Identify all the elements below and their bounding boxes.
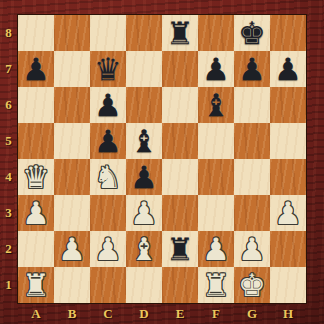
- square-e1[interactable]: [162, 267, 198, 303]
- chess-board-frame: { "game": "chess", "position": { "fen": …: [0, 0, 324, 324]
- white-rook-piece: ♜: [202, 267, 230, 303]
- white-pawn-piece: ♟: [58, 231, 86, 267]
- square-a1[interactable]: ♜: [18, 267, 54, 303]
- square-b1[interactable]: [54, 267, 90, 303]
- square-g5[interactable]: [234, 123, 270, 159]
- white-queen-piece: ♛: [22, 159, 50, 195]
- square-e6[interactable]: [162, 87, 198, 123]
- square-e8[interactable]: ♜: [162, 15, 198, 51]
- square-d5[interactable]: ♝: [126, 123, 162, 159]
- rank-label-1: 1: [0, 267, 17, 303]
- square-a6[interactable]: [18, 87, 54, 123]
- square-b7[interactable]: [54, 51, 90, 87]
- square-h5[interactable]: [270, 123, 306, 159]
- square-c6[interactable]: ♟: [90, 87, 126, 123]
- square-g6[interactable]: [234, 87, 270, 123]
- white-pawn-piece: ♟: [22, 195, 50, 231]
- square-a2[interactable]: [18, 231, 54, 267]
- white-pawn-piece: ♟: [238, 231, 266, 267]
- white-rook-piece: ♜: [22, 267, 50, 303]
- black-pawn-piece: ♟: [94, 87, 122, 123]
- white-bishop-piece: ♝: [130, 231, 158, 267]
- square-c1[interactable]: [90, 267, 126, 303]
- white-pawn-piece: ♟: [274, 195, 302, 231]
- rank-label-2: 2: [0, 231, 17, 267]
- square-e4[interactable]: [162, 159, 198, 195]
- white-knight-piece: ♞: [94, 159, 122, 195]
- square-d3[interactable]: ♟: [126, 195, 162, 231]
- white-king-piece: ♚: [238, 267, 266, 303]
- square-a3[interactable]: ♟: [18, 195, 54, 231]
- file-label-g: G: [234, 303, 270, 324]
- black-pawn-piece: ♟: [22, 51, 50, 87]
- square-d6[interactable]: [126, 87, 162, 123]
- square-b6[interactable]: [54, 87, 90, 123]
- square-b4[interactable]: [54, 159, 90, 195]
- square-f8[interactable]: [198, 15, 234, 51]
- square-h3[interactable]: ♟: [270, 195, 306, 231]
- square-h2[interactable]: [270, 231, 306, 267]
- black-bishop-piece: ♝: [130, 123, 158, 159]
- square-g7[interactable]: ♟: [234, 51, 270, 87]
- square-f2[interactable]: ♟: [198, 231, 234, 267]
- square-h6[interactable]: [270, 87, 306, 123]
- square-a8[interactable]: [18, 15, 54, 51]
- square-c4[interactable]: ♞: [90, 159, 126, 195]
- square-b8[interactable]: [54, 15, 90, 51]
- file-label-a: A: [18, 303, 54, 324]
- square-c3[interactable]: [90, 195, 126, 231]
- square-f4[interactable]: [198, 159, 234, 195]
- black-rook-piece: ♜: [166, 15, 194, 51]
- file-label-d: D: [126, 303, 162, 324]
- square-f1[interactable]: ♜: [198, 267, 234, 303]
- square-g8[interactable]: ♚: [234, 15, 270, 51]
- black-pawn-piece: ♟: [202, 51, 230, 87]
- rank-labels: 87654321: [0, 15, 17, 303]
- file-labels: ABCDEFGH: [18, 303, 306, 324]
- black-rook-piece: ♜: [166, 231, 194, 267]
- square-f7[interactable]: ♟: [198, 51, 234, 87]
- square-c7[interactable]: ♛: [90, 51, 126, 87]
- black-pawn-piece: ♟: [94, 123, 122, 159]
- rank-label-3: 3: [0, 195, 17, 231]
- square-h1[interactable]: [270, 267, 306, 303]
- rank-label-7: 7: [0, 51, 17, 87]
- square-h4[interactable]: [270, 159, 306, 195]
- square-e2[interactable]: ♜: [162, 231, 198, 267]
- square-d4[interactable]: ♟: [126, 159, 162, 195]
- square-a4[interactable]: ♛: [18, 159, 54, 195]
- square-f5[interactable]: [198, 123, 234, 159]
- rank-label-5: 5: [0, 123, 17, 159]
- square-h8[interactable]: [270, 15, 306, 51]
- file-label-e: E: [162, 303, 198, 324]
- black-pawn-piece: ♟: [130, 159, 158, 195]
- square-g4[interactable]: [234, 159, 270, 195]
- file-label-h: H: [270, 303, 306, 324]
- square-h7[interactable]: ♟: [270, 51, 306, 87]
- square-a7[interactable]: ♟: [18, 51, 54, 87]
- square-b2[interactable]: ♟: [54, 231, 90, 267]
- white-pawn-piece: ♟: [130, 195, 158, 231]
- rank-label-6: 6: [0, 87, 17, 123]
- square-e3[interactable]: [162, 195, 198, 231]
- square-e5[interactable]: [162, 123, 198, 159]
- square-g3[interactable]: [234, 195, 270, 231]
- square-d8[interactable]: [126, 15, 162, 51]
- square-f6[interactable]: ♝: [198, 87, 234, 123]
- square-b3[interactable]: [54, 195, 90, 231]
- square-c8[interactable]: [90, 15, 126, 51]
- black-pawn-piece: ♟: [274, 51, 302, 87]
- square-d2[interactable]: ♝: [126, 231, 162, 267]
- square-g1[interactable]: ♚: [234, 267, 270, 303]
- rank-label-4: 4: [0, 159, 17, 195]
- white-pawn-piece: ♟: [94, 231, 122, 267]
- square-c5[interactable]: ♟: [90, 123, 126, 159]
- square-g2[interactable]: ♟: [234, 231, 270, 267]
- black-bishop-piece: ♝: [202, 87, 230, 123]
- square-d1[interactable]: [126, 267, 162, 303]
- black-pawn-piece: ♟: [238, 51, 266, 87]
- square-f3[interactable]: [198, 195, 234, 231]
- file-label-c: C: [90, 303, 126, 324]
- square-c2[interactable]: ♟: [90, 231, 126, 267]
- file-label-b: B: [54, 303, 90, 324]
- rank-label-8: 8: [0, 15, 17, 51]
- black-king-piece: ♚: [238, 15, 266, 51]
- chess-board: ♜♚♟♛♟♟♟♟♝♟♝♛♞♟♟♟♟♟♟♝♜♟♟♜♜♚: [17, 14, 307, 304]
- file-label-f: F: [198, 303, 234, 324]
- white-pawn-piece: ♟: [202, 231, 230, 267]
- square-d7[interactable]: [126, 51, 162, 87]
- square-e7[interactable]: [162, 51, 198, 87]
- square-b5[interactable]: [54, 123, 90, 159]
- square-a5[interactable]: [18, 123, 54, 159]
- black-queen-piece: ♛: [94, 51, 122, 87]
